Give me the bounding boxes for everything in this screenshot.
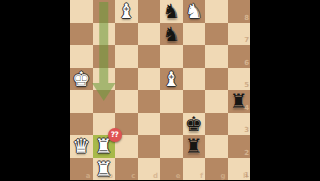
rank-label-5: 5	[244, 82, 249, 89]
square-c7[interactable]	[115, 23, 138, 46]
square-h7[interactable]: 7	[228, 23, 251, 46]
square-a6[interactable]	[70, 45, 93, 68]
rank-label-6: 6	[244, 60, 249, 67]
square-c4[interactable]	[115, 90, 138, 113]
rank-label-7: 7	[244, 37, 249, 44]
square-g1[interactable]: g	[205, 158, 228, 181]
file-label-d: d	[153, 173, 158, 180]
blunder-badge: ??	[108, 128, 122, 142]
square-d2[interactable]	[138, 135, 161, 158]
square-g8[interactable]	[205, 0, 228, 23]
piece-white-king-a5[interactable]: ♚	[70, 68, 93, 91]
square-g3[interactable]	[205, 113, 228, 136]
piece-black-knight-e7[interactable]: ♞	[160, 23, 183, 46]
square-b6[interactable]	[93, 45, 116, 68]
piece-white-queen-a2[interactable]: ♛	[70, 135, 93, 158]
square-g5[interactable]	[205, 68, 228, 91]
square-f4[interactable]	[183, 90, 206, 113]
square-a8[interactable]	[70, 0, 93, 23]
piece-white-bishop-e5[interactable]: ♝	[160, 68, 183, 91]
square-f7[interactable]	[183, 23, 206, 46]
piece-black-king-f3[interactable]: ♚	[183, 113, 206, 136]
square-d1[interactable]: d	[138, 158, 161, 181]
file-label-f: f	[200, 173, 203, 180]
square-g4[interactable]	[205, 90, 228, 113]
rank-label-8: 8	[244, 15, 249, 22]
file-label-e: e	[176, 173, 181, 180]
square-f1[interactable]: f	[183, 158, 206, 181]
square-c1[interactable]: c	[115, 158, 138, 181]
square-e2[interactable]	[160, 135, 183, 158]
square-d3[interactable]	[138, 113, 161, 136]
rank-label-1: 1	[244, 172, 249, 179]
square-h5[interactable]: 5	[228, 68, 251, 91]
square-d6[interactable]	[138, 45, 161, 68]
piece-black-knight-e8[interactable]: ♞	[160, 0, 183, 23]
square-c6[interactable]	[115, 45, 138, 68]
piece-black-rook-f2[interactable]: ♜	[183, 135, 206, 158]
square-a1[interactable]: a	[70, 158, 93, 181]
square-a4[interactable]	[70, 90, 93, 113]
square-h1[interactable]: 1h	[228, 158, 251, 181]
rank-label-3: 3	[244, 127, 249, 134]
square-g2[interactable]	[205, 135, 228, 158]
square-e4[interactable]	[160, 90, 183, 113]
square-f6[interactable]	[183, 45, 206, 68]
square-b7[interactable]	[93, 23, 116, 46]
left-black-bar	[0, 0, 70, 180]
right-black-bar	[250, 0, 320, 180]
square-e3[interactable]	[160, 113, 183, 136]
square-d4[interactable]	[138, 90, 161, 113]
square-g7[interactable]	[205, 23, 228, 46]
piece-black-rook-h4[interactable]: ♜	[228, 90, 251, 113]
square-a3[interactable]	[70, 113, 93, 136]
square-b8[interactable]	[93, 0, 116, 23]
square-c5[interactable]	[115, 68, 138, 91]
square-h6[interactable]: 6	[228, 45, 251, 68]
piece-white-rook-b1[interactable]: ♜	[93, 158, 116, 181]
file-label-g: g	[220, 173, 225, 180]
square-b5[interactable]	[93, 68, 116, 91]
square-d8[interactable]	[138, 0, 161, 23]
rank-label-2: 2	[244, 150, 249, 157]
blunder-badge-label: ??	[111, 128, 119, 142]
square-f5[interactable]	[183, 68, 206, 91]
square-g6[interactable]	[205, 45, 228, 68]
square-d5[interactable]	[138, 68, 161, 91]
file-label-a: a	[86, 173, 91, 180]
piece-white-bishop-c8[interactable]: ♝	[115, 0, 138, 23]
square-e1[interactable]: e	[160, 158, 183, 181]
square-e6[interactable]	[160, 45, 183, 68]
file-label-h: h	[243, 173, 248, 180]
square-h3[interactable]: 3	[228, 113, 251, 136]
square-h8[interactable]: 8	[228, 0, 251, 23]
square-b4[interactable]	[93, 90, 116, 113]
square-d7[interactable]	[138, 23, 161, 46]
file-label-c: c	[131, 173, 135, 180]
piece-white-knight-f8[interactable]: ♞	[183, 0, 206, 23]
square-a7[interactable]	[70, 23, 93, 46]
square-h2[interactable]: 2	[228, 135, 251, 158]
